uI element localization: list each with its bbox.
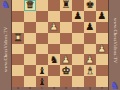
- file-label-f: f: [72, 87, 84, 90]
- square-d5[interactable]: [48, 33, 60, 44]
- square-e8[interactable]: ♜: [60, 0, 72, 11]
- square-a3[interactable]: [12, 54, 24, 65]
- black-pawn[interactable]: ♟: [74, 11, 83, 21]
- square-e3[interactable]: ♟: [60, 54, 72, 65]
- square-h3[interactable]: [96, 54, 108, 65]
- white-king[interactable]: ♚: [62, 66, 71, 76]
- square-g3[interactable]: ♟: [84, 54, 96, 65]
- square-b4[interactable]: [24, 44, 36, 55]
- square-b3[interactable]: [24, 54, 36, 65]
- square-g5[interactable]: [84, 33, 96, 44]
- white-queen[interactable]: ♛: [26, 0, 35, 10]
- square-d8[interactable]: [48, 0, 60, 11]
- square-c1[interactable]: ♝: [36, 76, 48, 87]
- square-a8[interactable]: [12, 0, 24, 11]
- left-banner: ♞ www.ChessVideos.TV: [0, 0, 12, 90]
- chess-diagram: ♞ www.ChessVideos.TV ♛♜♚♟♟♟♟♜♟♞♟♟♝♚♝♝ ab…: [0, 0, 120, 90]
- file-label-a: a: [12, 87, 24, 90]
- black-knight[interactable]: ♞: [50, 55, 59, 65]
- square-d3[interactable]: ♞: [48, 54, 60, 65]
- square-e4[interactable]: [60, 44, 72, 55]
- square-a6[interactable]: [12, 22, 24, 33]
- square-g4[interactable]: [84, 44, 96, 55]
- square-a7[interactable]: [12, 11, 24, 22]
- board-area: ♛♜♚♟♟♟♟♜♟♞♟♟♝♚♝♝ abcdefgh: [12, 0, 108, 90]
- square-f6[interactable]: [72, 22, 84, 33]
- knight-logo-icon: ♞: [109, 81, 120, 90]
- square-c3[interactable]: [36, 54, 48, 65]
- black-pawn[interactable]: ♟: [98, 11, 107, 21]
- square-b7[interactable]: [24, 11, 36, 22]
- file-label-g: g: [84, 87, 96, 90]
- square-h1[interactable]: [96, 76, 108, 87]
- square-f7[interactable]: ♟: [72, 11, 84, 22]
- square-b1[interactable]: [24, 76, 36, 87]
- file-label-d: d: [48, 87, 60, 90]
- chess-board: ♛♜♚♟♟♟♟♜♟♞♟♟♝♚♝♝: [12, 0, 108, 87]
- white-pawn[interactable]: ♟: [62, 55, 71, 65]
- square-c6[interactable]: [36, 22, 48, 33]
- square-d4[interactable]: [48, 44, 60, 55]
- square-a1[interactable]: [12, 76, 24, 87]
- square-d7[interactable]: [48, 11, 60, 22]
- black-rook[interactable]: ♜: [62, 0, 71, 10]
- square-f2[interactable]: [72, 65, 84, 76]
- black-bishop[interactable]: ♝: [38, 77, 47, 87]
- white-pawn[interactable]: ♟: [86, 55, 95, 65]
- square-h2[interactable]: [96, 65, 108, 76]
- square-a5[interactable]: ♜: [12, 33, 24, 44]
- square-a2[interactable]: [12, 65, 24, 76]
- square-f3[interactable]: [72, 54, 84, 65]
- square-a4[interactable]: [12, 44, 24, 55]
- file-label-c: c: [36, 87, 48, 90]
- white-pawn[interactable]: ♟: [98, 44, 107, 54]
- black-bishop[interactable]: ♝: [38, 66, 47, 76]
- file-label-e: e: [60, 87, 72, 90]
- right-banner-url: www.ChessVideos.TV: [110, 1, 120, 80]
- square-h6[interactable]: [96, 22, 108, 33]
- black-pawn[interactable]: ♟: [86, 22, 95, 32]
- square-e6[interactable]: [60, 22, 72, 33]
- white-rook[interactable]: ♜: [14, 33, 23, 43]
- right-banner: www.ChessVideos.TV ♞: [108, 0, 120, 90]
- square-d1[interactable]: [48, 76, 60, 87]
- square-g2[interactable]: ♝: [84, 65, 96, 76]
- square-g8[interactable]: ♚: [84, 0, 96, 11]
- square-c4[interactable]: [36, 44, 48, 55]
- square-b8[interactable]: ♛: [24, 0, 36, 11]
- square-d6[interactable]: ♟: [48, 22, 60, 33]
- square-e2[interactable]: ♚: [60, 65, 72, 76]
- square-f5[interactable]: [72, 33, 84, 44]
- square-c2[interactable]: ♝: [36, 65, 48, 76]
- left-banner-url: www.ChessVideos.TV: [1, 10, 11, 89]
- square-g1[interactable]: [84, 76, 96, 87]
- square-c7[interactable]: [36, 11, 48, 22]
- knight-logo-icon: ♞: [0, 0, 11, 9]
- square-f1[interactable]: [72, 76, 84, 87]
- square-h7[interactable]: ♟: [96, 11, 108, 22]
- black-king[interactable]: ♚: [86, 0, 95, 10]
- white-bishop[interactable]: ♝: [86, 66, 95, 76]
- square-b2[interactable]: [24, 65, 36, 76]
- square-e1[interactable]: [60, 76, 72, 87]
- square-h4[interactable]: ♟: [96, 44, 108, 55]
- square-e7[interactable]: [60, 11, 72, 22]
- square-b5[interactable]: [24, 33, 36, 44]
- file-label-b: b: [24, 87, 36, 90]
- square-f4[interactable]: [72, 44, 84, 55]
- file-coordinates: abcdefgh: [12, 87, 108, 90]
- square-d2[interactable]: [48, 65, 60, 76]
- square-e5[interactable]: [60, 33, 72, 44]
- square-h5[interactable]: [96, 33, 108, 44]
- square-g6[interactable]: ♟: [84, 22, 96, 33]
- white-pawn[interactable]: ♟: [50, 22, 59, 32]
- square-c5[interactable]: [36, 33, 48, 44]
- file-label-h: h: [96, 87, 108, 90]
- square-b6[interactable]: [24, 22, 36, 33]
- square-c8[interactable]: [36, 0, 48, 11]
